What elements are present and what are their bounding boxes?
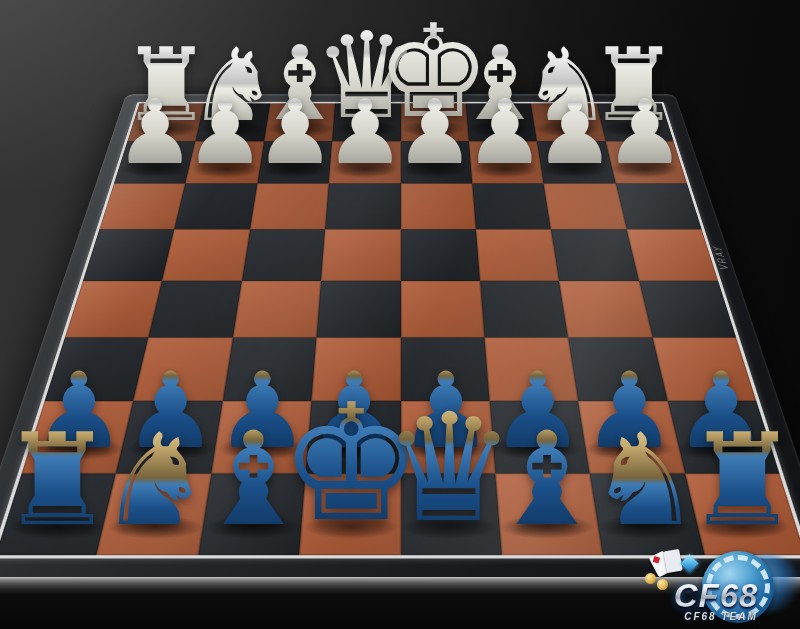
square-g7[interactable] — [116, 401, 222, 473]
square-f3[interactable] — [249, 183, 328, 229]
square-f5[interactable] — [232, 280, 320, 337]
square-d3[interactable] — [400, 183, 475, 229]
square-h1[interactable] — [127, 103, 204, 141]
square-b6[interactable] — [568, 337, 667, 401]
square-g6[interactable] — [133, 337, 232, 401]
board-grid — [0, 103, 800, 555]
square-e2[interactable] — [328, 141, 400, 183]
square-e8[interactable] — [299, 473, 400, 555]
square-a4[interactable] — [626, 229, 718, 280]
square-g8[interactable] — [96, 473, 210, 555]
square-d2[interactable] — [400, 141, 472, 183]
playing-card-icon — [663, 549, 683, 573]
square-d4[interactable] — [400, 229, 479, 280]
square-f2[interactable] — [257, 141, 332, 183]
square-c2[interactable] — [468, 141, 543, 183]
square-h3[interactable] — [99, 183, 185, 229]
square-h4[interactable] — [83, 229, 175, 280]
square-a8[interactable] — [684, 473, 800, 555]
chess-board: VRAY — [0, 94, 800, 577]
square-e5[interactable] — [316, 280, 400, 337]
square-c5[interactable] — [479, 280, 567, 337]
square-g3[interactable] — [174, 183, 257, 229]
square-b5[interactable] — [559, 280, 652, 337]
cf68-logo: CF68 CF68 TEAM — [631, 549, 796, 629]
square-g5[interactable] — [148, 280, 241, 337]
square-b3[interactable] — [543, 183, 626, 229]
square-e3[interactable] — [325, 183, 400, 229]
square-a1[interactable] — [596, 103, 673, 141]
square-d6[interactable] — [400, 337, 489, 401]
square-f1[interactable] — [263, 103, 334, 141]
square-d7[interactable] — [400, 401, 495, 473]
logo-title: CF68 — [641, 577, 791, 615]
square-b2[interactable] — [537, 141, 615, 183]
square-e7[interactable] — [305, 401, 400, 473]
square-b7[interactable] — [578, 401, 684, 473]
square-g2[interactable] — [185, 141, 263, 183]
square-c4[interactable] — [475, 229, 558, 280]
square-a3[interactable] — [615, 183, 701, 229]
square-g1[interactable] — [195, 103, 269, 141]
square-e6[interactable] — [311, 337, 400, 401]
square-d1[interactable] — [400, 103, 468, 141]
square-d8[interactable] — [400, 473, 501, 555]
square-g4[interactable] — [162, 229, 250, 280]
square-c7[interactable] — [489, 401, 589, 473]
logo-subtitle: CF68 TEAM — [651, 611, 791, 622]
square-f4[interactable] — [241, 229, 324, 280]
square-b4[interactable] — [551, 229, 639, 280]
square-a2[interactable] — [605, 141, 687, 183]
square-f6[interactable] — [222, 337, 316, 401]
square-c8[interactable] — [495, 473, 603, 555]
square-d5[interactable] — [400, 280, 484, 337]
square-b1[interactable] — [531, 103, 605, 141]
square-c3[interactable] — [472, 183, 551, 229]
square-c6[interactable] — [484, 337, 578, 401]
square-e4[interactable] — [321, 229, 400, 280]
square-f7[interactable] — [211, 401, 311, 473]
square-e1[interactable] — [332, 103, 400, 141]
square-h8[interactable] — [0, 473, 116, 555]
square-h2[interactable] — [113, 141, 195, 183]
square-c1[interactable] — [465, 103, 536, 141]
square-f8[interactable] — [197, 473, 305, 555]
gem-icon — [680, 554, 698, 572]
